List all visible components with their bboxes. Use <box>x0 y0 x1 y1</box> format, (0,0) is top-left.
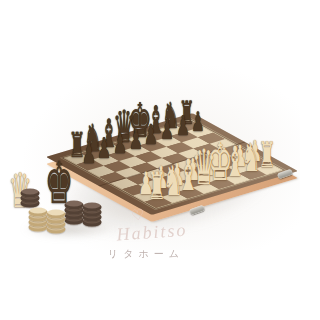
checker-disc-light <box>29 208 48 217</box>
checker-disc-light <box>47 210 66 219</box>
product-photo-chess-set: ♜♞♝♛♚♝♞♜♟♟♟♟♟♟♟♟♟♟♟♟♟♟♟♟♜♞♝♛♚♝♞♜♛♚ ♡ Hab… <box>0 0 320 320</box>
checker-disc-dark <box>65 201 84 210</box>
checker-disc-dark <box>21 189 40 198</box>
checker-disc-dark <box>83 203 102 212</box>
